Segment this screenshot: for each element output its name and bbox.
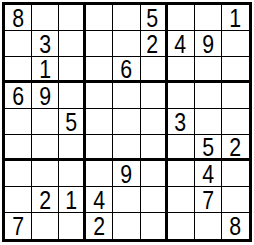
cell-r6c4[interactable]	[86, 135, 113, 161]
cell-r6c9[interactable]: 2	[222, 135, 249, 161]
cell-r2c8[interactable]: 9	[195, 31, 222, 57]
cell-r9c7[interactable]	[168, 213, 195, 239]
cell-r7c1[interactable]	[5, 161, 32, 187]
cell-r5c9[interactable]	[222, 109, 249, 135]
cell-r1c3[interactable]	[59, 5, 86, 31]
cell-r5c5[interactable]	[113, 109, 140, 135]
given-digit: 4	[202, 161, 214, 187]
cell-r8c9[interactable]	[222, 187, 249, 213]
given-digit: 3	[175, 109, 187, 135]
cell-r7c8[interactable]: 4	[195, 161, 222, 187]
cell-r1c9[interactable]: 1	[222, 5, 249, 31]
given-digit: 9	[121, 161, 133, 187]
cell-r5c1[interactable]	[5, 109, 32, 135]
given-digit: 9	[202, 31, 214, 57]
given-digit: 2	[229, 135, 241, 160]
cell-r2c2[interactable]: 3	[32, 31, 59, 57]
cell-r9c6[interactable]	[141, 213, 168, 239]
given-digit: 5	[147, 5, 159, 31]
given-digit: 3	[39, 31, 51, 57]
cell-r9c1[interactable]: 7	[5, 213, 32, 239]
cell-r7c4[interactable]	[86, 161, 113, 187]
cell-r8c6[interactable]	[141, 187, 168, 213]
given-digit: 8	[229, 213, 241, 239]
cell-r5c2[interactable]	[32, 109, 59, 135]
cell-r8c3[interactable]: 1	[59, 187, 86, 213]
cell-r7c6[interactable]	[141, 161, 168, 187]
given-digit: 9	[39, 83, 51, 109]
cell-r9c3[interactable]	[59, 213, 86, 239]
given-digit: 6	[121, 57, 133, 82]
given-digit: 5	[65, 109, 77, 135]
cell-r6c1[interactable]	[5, 135, 32, 161]
cell-r4c3[interactable]	[59, 83, 86, 109]
cell-r6c8[interactable]: 5	[195, 135, 222, 161]
cell-r8c8[interactable]: 7	[195, 187, 222, 213]
cell-r6c7[interactable]	[168, 135, 195, 161]
given-digit: 8	[12, 5, 24, 31]
cell-r4c8[interactable]	[195, 83, 222, 109]
cell-r9c9[interactable]: 8	[222, 213, 249, 239]
sudoku-page: 851324916695352942147728	[0, 0, 254, 245]
cell-r3c4[interactable]	[86, 57, 113, 83]
cell-r7c9[interactable]	[222, 161, 249, 187]
cell-r9c5[interactable]	[113, 213, 140, 239]
cell-r9c4[interactable]: 2	[86, 213, 113, 239]
cell-r8c7[interactable]	[168, 187, 195, 213]
given-digit: 6	[12, 83, 24, 109]
given-digit: 7	[202, 187, 214, 213]
cell-r2c3[interactable]	[59, 31, 86, 57]
cell-r5c4[interactable]	[86, 109, 113, 135]
given-digit: 4	[175, 31, 187, 57]
cell-r1c1[interactable]: 8	[5, 5, 32, 31]
cell-r1c7[interactable]	[168, 5, 195, 31]
cell-r4c4[interactable]	[86, 83, 113, 109]
cell-r2c5[interactable]	[113, 31, 140, 57]
cell-r4c2[interactable]: 9	[32, 83, 59, 109]
given-digit: 2	[39, 187, 51, 213]
given-digit: 1	[229, 5, 241, 31]
cell-r6c5[interactable]	[113, 135, 140, 161]
cell-r9c8[interactable]	[195, 213, 222, 239]
cell-r8c5[interactable]	[113, 187, 140, 213]
cell-r3c9[interactable]	[222, 57, 249, 83]
given-digit: 1	[39, 57, 51, 82]
cell-r5c7[interactable]: 3	[168, 109, 195, 135]
cell-r3c1[interactable]	[5, 57, 32, 83]
cell-r1c8[interactable]	[195, 5, 222, 31]
cell-r5c6[interactable]	[141, 109, 168, 135]
cell-r8c4[interactable]: 4	[86, 187, 113, 213]
given-digit: 4	[93, 187, 105, 213]
cell-r4c5[interactable]	[113, 83, 140, 109]
given-digit: 5	[202, 135, 214, 160]
cell-r3c3[interactable]	[59, 57, 86, 83]
cell-r1c2[interactable]	[32, 5, 59, 31]
cell-r6c3[interactable]	[59, 135, 86, 161]
given-digit: 7	[12, 213, 24, 239]
cell-r3c6[interactable]	[141, 57, 168, 83]
cell-r8c1[interactable]	[5, 187, 32, 213]
cell-r6c2[interactable]	[32, 135, 59, 161]
cell-r4c1[interactable]: 6	[5, 83, 32, 109]
cell-r3c5[interactable]: 6	[113, 57, 140, 83]
cell-r1c4[interactable]	[86, 5, 113, 31]
cell-r7c3[interactable]	[59, 161, 86, 187]
cell-r2c1[interactable]	[5, 31, 32, 57]
cell-r2c9[interactable]	[222, 31, 249, 57]
cell-r2c6[interactable]: 2	[141, 31, 168, 57]
cell-r5c8[interactable]	[195, 109, 222, 135]
given-digit: 2	[93, 213, 105, 239]
cell-r2c7[interactable]: 4	[168, 31, 195, 57]
cell-r7c2[interactable]	[32, 161, 59, 187]
given-digit: 2	[147, 31, 159, 57]
cell-r7c5[interactable]: 9	[113, 161, 140, 187]
cell-r5c3[interactable]: 5	[59, 109, 86, 135]
cell-r8c2[interactable]: 2	[32, 187, 59, 213]
cell-r7c7[interactable]	[168, 161, 195, 187]
sudoku-board: 851324916695352942147728	[2, 2, 252, 242]
cell-r6c6[interactable]	[141, 135, 168, 161]
cell-r3c2[interactable]: 1	[32, 57, 59, 83]
cell-r9c2[interactable]	[32, 213, 59, 239]
cell-r4c9[interactable]	[222, 83, 249, 109]
cell-r3c7[interactable]	[168, 57, 195, 83]
cell-r3c8[interactable]	[195, 57, 222, 83]
cell-r4c7[interactable]	[168, 83, 195, 109]
given-digit: 1	[65, 187, 77, 213]
cell-r4c6[interactable]	[141, 83, 168, 109]
cell-r1c6[interactable]: 5	[141, 5, 168, 31]
cell-r2c4[interactable]	[86, 31, 113, 57]
cell-r1c5[interactable]	[113, 5, 140, 31]
